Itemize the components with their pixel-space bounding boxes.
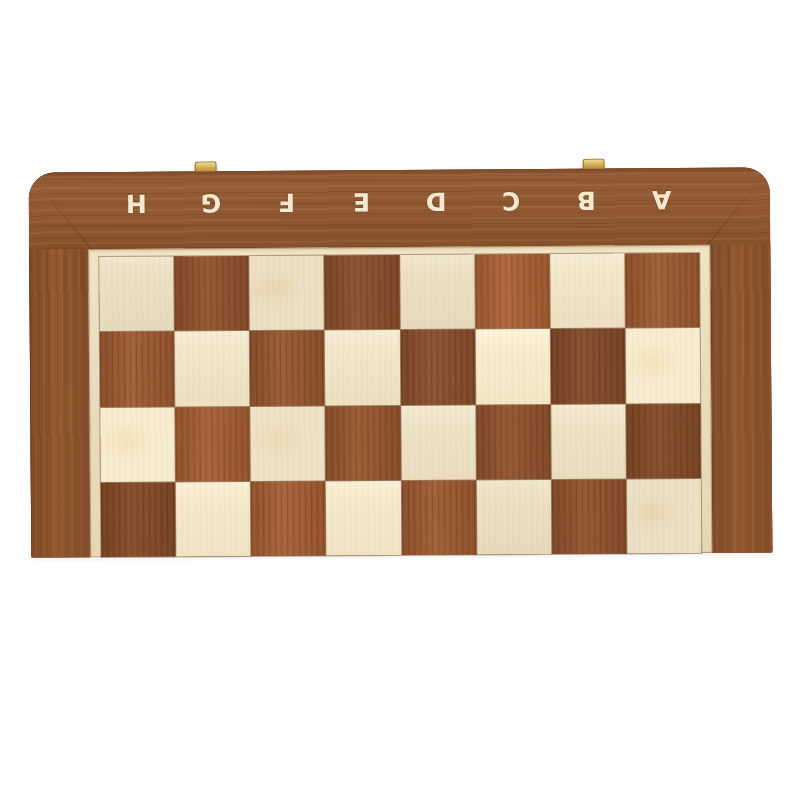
square-a1 <box>625 253 700 328</box>
file-label-c: C <box>502 188 521 213</box>
square-f1 <box>250 256 325 331</box>
square-c1 <box>475 254 550 329</box>
square-d2 <box>400 330 475 405</box>
square-d3 <box>401 405 476 480</box>
ranks_lef-cell-4 <box>31 482 91 557</box>
square-h1 <box>99 257 174 332</box>
square-f3 <box>251 406 326 481</box>
file-label-a: A <box>652 187 672 212</box>
ranks_lef-cell-1 <box>29 257 89 332</box>
rank-labels-right <box>710 252 772 552</box>
file-label-cell-g: G <box>174 171 250 249</box>
file-label-f: F <box>278 189 295 214</box>
board-grid <box>99 253 701 557</box>
ranks_righ-cell-1 <box>710 252 771 327</box>
square-g4 <box>176 482 251 557</box>
square-e4 <box>326 481 401 556</box>
file-label-e: E <box>353 189 370 214</box>
file-label-cell-f: F <box>249 171 325 249</box>
ranks_righ-cell-4 <box>712 477 773 552</box>
square-e1 <box>325 255 400 330</box>
file-label-cell-e: E <box>324 170 400 248</box>
square-g2 <box>175 331 250 406</box>
square-c4 <box>476 480 551 555</box>
file-label-cell-c: C <box>474 169 550 247</box>
square-d1 <box>400 254 475 329</box>
square-h3 <box>100 407 175 482</box>
ranks_righ-cell-3 <box>711 402 772 477</box>
square-h4 <box>101 482 176 557</box>
square-g1 <box>174 256 249 331</box>
square-a3 <box>626 403 701 478</box>
file-label-cell-b: B <box>549 168 625 246</box>
file-label-cell-h: H <box>99 172 175 250</box>
square-e2 <box>325 330 400 405</box>
square-b2 <box>551 329 626 404</box>
file-label-d: D <box>426 188 447 213</box>
square-a4 <box>627 479 702 554</box>
square-b1 <box>550 253 625 328</box>
square-b4 <box>552 479 627 554</box>
file-label-h: H <box>126 190 147 215</box>
square-d4 <box>401 480 476 555</box>
square-a2 <box>626 328 701 403</box>
ranks_righ-cell-2 <box>711 327 772 402</box>
square-f4 <box>251 481 326 556</box>
square-c3 <box>476 404 551 479</box>
file-label-g: G <box>201 190 222 215</box>
file-label-b: B <box>577 187 596 212</box>
file-label-cell-d: D <box>399 169 475 247</box>
square-b3 <box>551 404 626 479</box>
ranks_lef-cell-2 <box>30 332 90 407</box>
ranks_lef-cell-3 <box>30 407 90 482</box>
file-label-cell-a: A <box>624 168 700 246</box>
product-photo-scene: HGFEDCBA <box>0 0 800 800</box>
square-e3 <box>326 406 401 481</box>
square-h2 <box>100 332 175 407</box>
square-c2 <box>475 329 550 404</box>
square-g3 <box>175 407 250 482</box>
folded-chessboard: HGFEDCBA <box>29 167 773 557</box>
rank-labels-left <box>29 257 90 557</box>
square-f2 <box>250 331 325 406</box>
file-labels-top: HGFEDCBA <box>99 168 700 249</box>
